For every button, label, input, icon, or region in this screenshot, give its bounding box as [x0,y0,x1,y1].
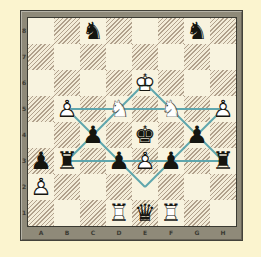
square-g2[interactable] [184,174,210,200]
square-b7[interactable] [54,44,80,70]
piece-white-king: ♔ [132,70,158,96]
file-label-H: H [210,229,236,236]
piece-black-knight: ♞ [184,18,210,44]
file-label-D: D [106,229,132,236]
square-d6[interactable] [106,70,132,96]
square-d1[interactable]: ♜♖ [106,200,132,226]
square-e3[interactable]: ♟♙ [132,148,158,174]
file-label-C: C [80,229,106,236]
square-d5[interactable]: ♞♘ [106,96,132,122]
square-c3[interactable] [80,148,106,174]
chess-board[interactable]: ♞♞♚♔♟♙♞♘♞♘♟♙♟♚♟♟♜♟♟♙♟♜♟♙♜♖♛♜♖ [27,17,237,227]
square-a5[interactable] [28,96,54,122]
file-label-E: E [132,229,158,236]
piece-black-pawn: ♟ [80,122,106,148]
square-a2[interactable]: ♟♙ [28,174,54,200]
piece-white-pawn: ♙ [28,174,54,200]
square-a1[interactable] [28,200,54,226]
rank-label-3: 3 [21,157,27,164]
square-c1[interactable] [80,200,106,226]
square-c6[interactable] [80,70,106,96]
rank-label-8: 8 [21,27,27,34]
square-h3[interactable]: ♜ [210,148,236,174]
square-e8[interactable] [132,18,158,44]
square-h6[interactable] [210,70,236,96]
rank-label-7: 7 [21,53,27,60]
square-c4[interactable]: ♟ [80,122,106,148]
rank-label-1: 1 [21,209,27,216]
square-c7[interactable] [80,44,106,70]
square-a6[interactable] [28,70,54,96]
square-e6[interactable]: ♚♔ [132,70,158,96]
square-e2[interactable] [132,174,158,200]
piece-white-pawn: ♙ [132,148,158,174]
piece-white-knight: ♘ [158,96,184,122]
piece-white-pawn: ♙ [54,96,80,122]
square-g6[interactable] [184,70,210,96]
file-label-B: B [54,229,80,236]
square-b1[interactable] [54,200,80,226]
piece-white-pawn: ♙ [210,96,236,122]
square-g5[interactable] [184,96,210,122]
square-f2[interactable] [158,174,184,200]
piece-black-pawn: ♟ [158,148,184,174]
page-background: ♞♞♚♔♟♙♞♘♞♘♟♙♟♚♟♟♜♟♟♙♟♜♟♙♜♖♛♜♖ 87654321AB… [0,0,261,257]
square-g8[interactable]: ♞ [184,18,210,44]
piece-white-knight: ♘ [106,96,132,122]
piece-black-queen: ♛ [132,200,158,226]
square-f4[interactable] [158,122,184,148]
rank-label-6: 6 [21,79,27,86]
square-h2[interactable] [210,174,236,200]
square-b2[interactable] [54,174,80,200]
square-a8[interactable] [28,18,54,44]
square-a4[interactable] [28,122,54,148]
square-b3[interactable]: ♜ [54,148,80,174]
square-a3[interactable]: ♟ [28,148,54,174]
square-g1[interactable] [184,200,210,226]
square-d2[interactable] [106,174,132,200]
piece-white-rook: ♖ [158,200,184,226]
square-b5[interactable]: ♟♙ [54,96,80,122]
square-h8[interactable] [210,18,236,44]
file-label-A: A [28,229,54,236]
square-e1[interactable]: ♛ [132,200,158,226]
square-c2[interactable] [80,174,106,200]
square-h4[interactable] [210,122,236,148]
piece-black-rook: ♜ [54,148,80,174]
rank-label-5: 5 [21,105,27,112]
square-h7[interactable] [210,44,236,70]
piece-white-rook: ♖ [106,200,132,226]
file-label-F: F [158,229,184,236]
board-frame: ♞♞♚♔♟♙♞♘♞♘♟♙♟♚♟♟♜♟♟♙♟♜♟♙♜♖♛♜♖ 87654321AB… [20,10,243,241]
piece-black-pawn: ♟ [28,148,54,174]
square-f6[interactable] [158,70,184,96]
piece-black-pawn: ♟ [106,148,132,174]
square-d3[interactable]: ♟ [106,148,132,174]
rank-label-4: 4 [21,131,27,138]
square-e4[interactable]: ♚ [132,122,158,148]
square-g3[interactable] [184,148,210,174]
rank-label-2: 2 [21,183,27,190]
square-d7[interactable] [106,44,132,70]
square-h1[interactable] [210,200,236,226]
file-label-G: G [184,229,210,236]
piece-black-pawn: ♟ [184,122,210,148]
square-b4[interactable] [54,122,80,148]
square-b6[interactable] [54,70,80,96]
square-f8[interactable] [158,18,184,44]
square-e5[interactable] [132,96,158,122]
square-f3[interactable]: ♟ [158,148,184,174]
square-g7[interactable] [184,44,210,70]
square-d4[interactable] [106,122,132,148]
square-c8[interactable]: ♞ [80,18,106,44]
square-c5[interactable] [80,96,106,122]
square-f5[interactable]: ♞♘ [158,96,184,122]
square-h5[interactable]: ♟♙ [210,96,236,122]
piece-black-king: ♚ [132,122,158,148]
piece-black-knight: ♞ [80,18,106,44]
square-a7[interactable] [28,44,54,70]
piece-black-rook: ♜ [210,148,236,174]
square-g4[interactable]: ♟ [184,122,210,148]
square-d8[interactable] [106,18,132,44]
square-f1[interactable]: ♜♖ [158,200,184,226]
square-f7[interactable] [158,44,184,70]
square-b8[interactable] [54,18,80,44]
square-e7[interactable] [132,44,158,70]
